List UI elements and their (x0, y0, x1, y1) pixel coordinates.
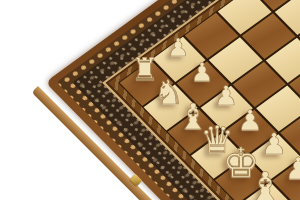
white-pawn-f2[interactable]: ♟ (283, 154, 300, 184)
chess-photo-scene: ♜♞♝♛♚♝♟♟♟♟♟♟ (0, 0, 300, 200)
pieces-layer: ♜♞♝♛♚♝♟♟♟♟♟♟ (0, 0, 300, 200)
white-pawn-b2[interactable]: ♟ (189, 60, 215, 86)
white-bishop-f1[interactable]: ♝ (245, 168, 285, 200)
white-pawn-a2[interactable]: ♟ (166, 36, 191, 61)
